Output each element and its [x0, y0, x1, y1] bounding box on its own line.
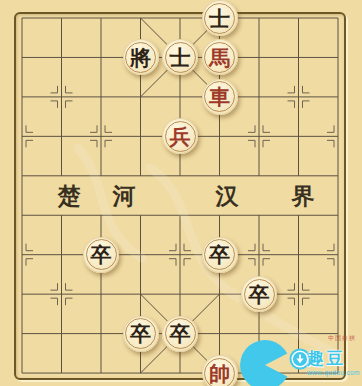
river-label: 河	[113, 181, 136, 212]
piece-red-horse[interactable]: 馬	[202, 39, 238, 75]
river-label: 汉	[216, 181, 239, 212]
river-label: 界	[292, 181, 315, 212]
piece-black-soldier[interactable]: 卒	[83, 237, 119, 273]
piece-label: 車	[209, 86, 230, 107]
piece-label: 兵	[170, 126, 191, 147]
piece-black-soldier[interactable]: 卒	[123, 316, 159, 352]
brand-text: 趣豆	[307, 347, 345, 370]
piece-black-soldier[interactable]: 卒	[202, 237, 238, 273]
piece-label: 卒	[130, 323, 151, 344]
piece-label: 卒	[249, 284, 270, 305]
river-label: 楚	[58, 181, 81, 212]
piece-black-soldier[interactable]: 卒	[241, 276, 277, 312]
piece-black-soldier[interactable]: 卒	[162, 316, 198, 352]
piece-red-general[interactable]: 帥	[202, 355, 238, 386]
piece-label: 卒	[170, 323, 191, 344]
piece-label: 卒	[209, 244, 230, 265]
piece-black-general[interactable]: 將	[123, 39, 159, 75]
piece-label: 帥	[209, 363, 230, 384]
piece-label: 士	[170, 47, 191, 68]
xiangqi-game-screen: 楚河汉界 士將士馬車兵卒卒卒卒卒帥 趣豆 www.qudou.com 中国象棋	[0, 0, 362, 386]
piece-label: 馬	[209, 47, 230, 68]
piece-label: 將	[130, 47, 151, 68]
piece-label: 士	[209, 8, 230, 29]
piece-black-advisor[interactable]: 士	[202, 0, 238, 36]
piece-red-chariot[interactable]: 車	[202, 79, 238, 115]
brand-url-text: www.qudou.com	[307, 369, 360, 376]
piece-label: 卒	[91, 244, 112, 265]
corner-note-text: 中国象棋	[328, 334, 356, 343]
